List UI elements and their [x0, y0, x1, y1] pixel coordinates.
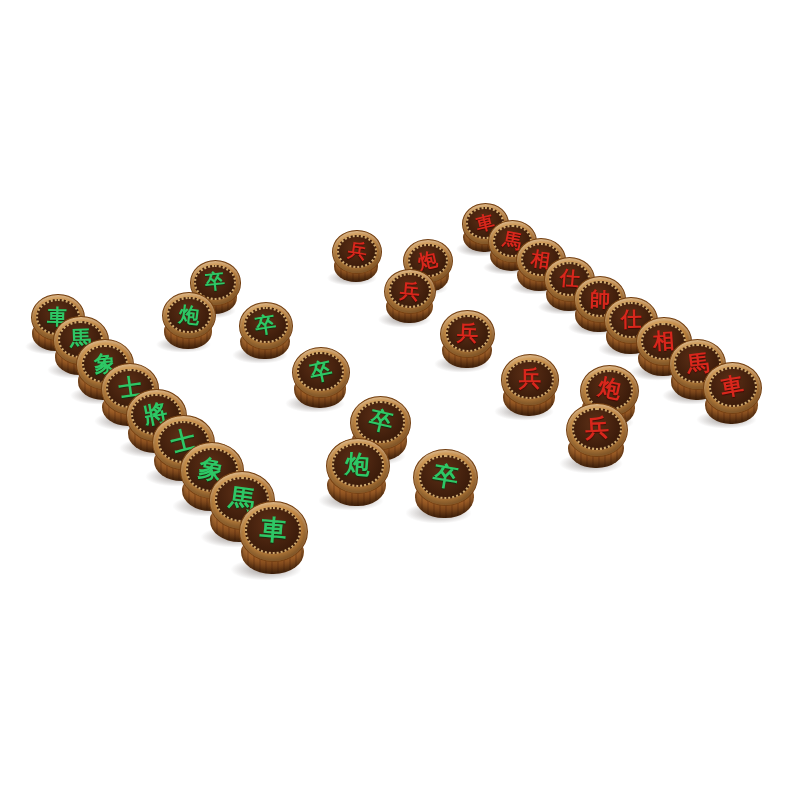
piece-character: 卒 — [204, 271, 226, 293]
piece-red-soldier[interactable]: 兵 — [501, 354, 557, 418]
piece-carved-ring: 卒 — [356, 401, 406, 442]
piece-character: 兵 — [457, 322, 479, 344]
piece-character: 兵 — [519, 368, 542, 391]
piece-carved-ring: 炮 — [167, 297, 210, 333]
piece-character: 卒 — [431, 462, 460, 491]
piece-green-chariot[interactable]: 車 — [239, 501, 306, 577]
piece-red-soldier[interactable]: 兵 — [384, 269, 434, 326]
piece-top-face: 炮 — [326, 438, 390, 495]
piece-character: 兵 — [346, 240, 368, 262]
product-photo-stage: 楚河漢界 車馬兵相炮仕卒兵帥炮車仕卒兵馬相馬象卒兵車士炮將卒兵士炮象卒馬車 — [0, 0, 800, 800]
piece-carved-ring: 兵 — [506, 360, 553, 399]
piece-carved-ring: 卒 — [419, 455, 472, 499]
piece-top-face: 兵 — [566, 403, 628, 457]
piece-character: 兵 — [585, 417, 610, 442]
piece-carved-ring: 兵 — [337, 235, 377, 268]
piece-character: 炮 — [344, 452, 371, 479]
piece-green-cannon[interactable]: 炮 — [162, 292, 214, 351]
piece-carved-ring: 兵 — [389, 273, 431, 308]
piece-green-soldier[interactable]: 卒 — [239, 302, 291, 362]
piece-character: 卒 — [308, 358, 334, 384]
piece-top-face: 卒 — [292, 347, 350, 398]
piece-red-soldier[interactable]: 兵 — [332, 230, 379, 284]
piece-character: 卒 — [254, 313, 278, 337]
piece-top-face: 炮 — [162, 292, 216, 339]
piece-top-face: 兵 — [501, 354, 559, 405]
piece-green-soldier[interactable]: 卒 — [413, 449, 476, 521]
fold-seam-notch — [524, 510, 527, 540]
piece-character: 炮 — [177, 304, 200, 327]
piece-top-face: 卒 — [413, 449, 478, 506]
piece-character: 卒 — [366, 408, 394, 436]
piece-character: 炮 — [596, 376, 623, 403]
piece-red-soldier[interactable]: 兵 — [566, 403, 626, 471]
piece-carved-ring: 兵 — [446, 315, 491, 352]
piece-top-face: 車 — [703, 362, 762, 414]
piece-carved-ring: 兵 — [572, 408, 622, 449]
piece-carved-ring: 卒 — [244, 307, 288, 343]
piece-red-chariot[interactable]: 車 — [703, 362, 760, 427]
piece-top-face: 車 — [239, 501, 308, 562]
piece-red-soldier[interactable]: 兵 — [440, 310, 493, 370]
piece-carved-ring: 卒 — [297, 352, 344, 391]
piece-carved-ring: 炮 — [332, 443, 384, 486]
piece-character: 車 — [259, 516, 288, 545]
piece-top-face: 卒 — [239, 302, 293, 350]
piece-character: 車 — [720, 374, 746, 400]
piece-top-face: 兵 — [332, 230, 381, 273]
piece-character: 兵 — [399, 280, 421, 302]
piece-carved-ring: 車 — [245, 507, 301, 553]
piece-carved-ring: 車 — [709, 367, 757, 406]
piece-green-cannon[interactable]: 炮 — [326, 438, 388, 509]
piece-green-soldier[interactable]: 卒 — [292, 347, 348, 411]
